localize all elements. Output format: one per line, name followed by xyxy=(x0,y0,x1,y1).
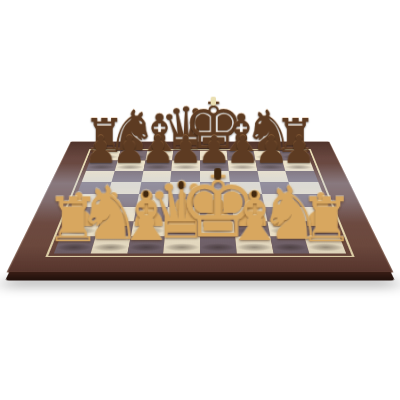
board-front-edge xyxy=(5,272,395,280)
piece-black-pawn[interactable]: ♟ xyxy=(263,131,336,169)
board-scene: ♜♞♝♛♚♝♞♜♟♟♟♟♟♟♟♟♟♟♟♟♟♟♟♟♜♞♝♛♚♝♞♜ xyxy=(6,141,393,272)
square-h1[interactable]: ♜ xyxy=(305,237,346,254)
board-inlay-frame: ♜♞♝♛♚♝♞♜♟♟♟♟♟♟♟♟♟♟♟♟♟♟♟♟♜♞♝♛♚♝♞♜ xyxy=(45,149,354,257)
piece-white-rook[interactable]: ♜ xyxy=(280,189,373,250)
chess-set-photo: ♜♞♝♛♚♝♞♜♟♟♟♟♟♟♟♟♟♟♟♟♟♟♟♟♜♞♝♛♚♝♞♜ xyxy=(0,0,400,400)
square-h7[interactable]: ♟ xyxy=(282,160,314,170)
chess-board: ♜♞♝♛♚♝♞♜♟♟♟♟♟♟♟♟♟♟♟♟♟♟♟♟♜♞♝♛♚♝♞♜ xyxy=(6,141,393,272)
board-grid: ♜♞♝♛♚♝♞♜♟♟♟♟♟♟♟♟♟♟♟♟♟♟♟♟♜♞♝♛♚♝♞♜ xyxy=(54,151,346,254)
